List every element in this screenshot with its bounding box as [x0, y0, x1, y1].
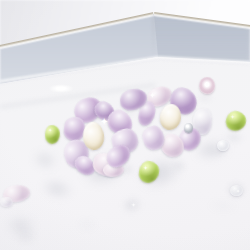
sparkle-highlight-icon: ✦: [100, 117, 108, 127]
sparkle-highlight-icon: ✦: [149, 92, 156, 100]
sparkle-highlight-icon: ✦: [230, 114, 235, 120]
clear-chip-bottom-left: [0, 196, 13, 207]
sparkle-highlight-icon: ✦: [236, 189, 240, 194]
peridot-bead-left: [44, 124, 61, 144]
photo-earrings-on-tray: ✦✦✦✦✦✦✦: [0, 0, 250, 250]
cast-shadow: [24, 142, 66, 178]
sparkle-highlight-icon: ✦: [131, 202, 136, 208]
clear-bead-right: [217, 140, 229, 151]
earring-post: [184, 123, 193, 133]
sparkle-highlight-icon: ✦: [48, 128, 52, 133]
cast-shadow: [10, 228, 42, 245]
pink-bead: [199, 77, 215, 94]
cast-shadow: [73, 218, 101, 231]
scene-items: ✦✦✦✦✦✦✦: [0, 0, 250, 250]
sparkle-highlight-icon: ✦: [143, 165, 148, 171]
